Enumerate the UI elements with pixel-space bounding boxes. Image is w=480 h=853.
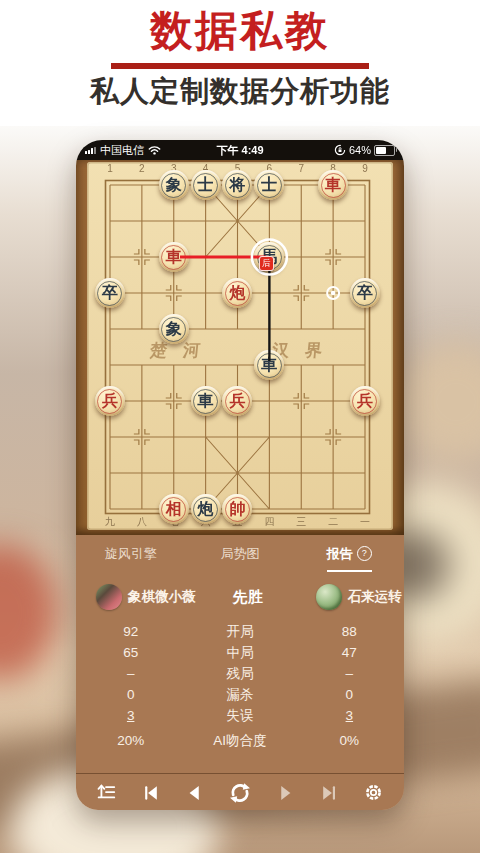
title-divider	[111, 63, 369, 69]
avatar-left[interactable]	[96, 584, 122, 610]
gear-icon	[363, 782, 384, 803]
piece-炮[interactable]: 炮	[222, 278, 252, 308]
status-bar: 中国电信 下午 4:49 64%	[76, 140, 404, 160]
piece-兵[interactable]: 兵	[222, 386, 252, 416]
blur-blob	[0, 544, 58, 680]
step-forward-icon	[275, 783, 295, 803]
player-row: 象棋微小薇 先胜 石来运转	[76, 579, 404, 615]
tab-situation-chart[interactable]: 局势图	[185, 545, 294, 572]
piece-炮[interactable]: 炮	[191, 494, 221, 524]
piece-兵[interactable]: 兵	[350, 386, 380, 416]
player-right-name: 石来运转	[348, 588, 402, 606]
promo-title: 数据私教	[0, 6, 480, 56]
piece-象[interactable]: 象	[159, 314, 189, 344]
player-left-name: 象棋微小薇	[128, 588, 196, 606]
stats-row-midgame: 65 中局 47	[76, 642, 404, 663]
piece-卒[interactable]: 卒	[95, 278, 125, 308]
piece-兵[interactable]: 兵	[95, 386, 125, 416]
stats-row-blunders: 3 失误 3	[76, 705, 404, 726]
blunders-left-link[interactable]: 3	[76, 708, 185, 723]
skip-end-icon	[319, 783, 339, 803]
player-right[interactable]: 石来运转	[300, 584, 404, 610]
settings-button[interactable]	[359, 778, 389, 808]
refresh-button[interactable]	[225, 778, 255, 808]
phone-mockup: 中国电信 下午 4:49 64%	[76, 140, 404, 810]
piece-卒[interactable]: 卒	[350, 278, 380, 308]
piece-将[interactable]: 将	[222, 170, 252, 200]
step-back-icon	[185, 783, 205, 803]
skip-start-icon	[141, 783, 161, 803]
piece-車[interactable]: 車	[159, 242, 189, 272]
playback-toolbar	[76, 773, 404, 810]
step-back-button[interactable]	[180, 778, 210, 808]
avatar-right[interactable]	[316, 584, 342, 610]
stats-row-ai-match: 20% AI吻合度 0%	[76, 730, 404, 751]
stats-row-missed-mates: 0 漏杀 0	[76, 684, 404, 705]
stats-table: 92 开局 88 65 中局 47 – 残局 – 0 漏杀 0	[76, 621, 404, 751]
tab-report[interactable]: 报告 ?	[295, 545, 404, 572]
stats-row-opening: 92 开局 88	[76, 621, 404, 642]
promo-header: 数据私教 私人定制数据分析功能	[0, 0, 480, 107]
tab-engine[interactable]: 旋风引擎	[76, 545, 185, 572]
step-forward-button[interactable]	[270, 778, 300, 808]
player-left[interactable]: 象棋微小薇	[76, 584, 196, 610]
blur-blob	[396, 342, 480, 462]
piece-車[interactable]: 車	[191, 386, 221, 416]
move-list-button[interactable]	[91, 778, 121, 808]
skip-to-end-button[interactable]	[314, 778, 344, 808]
match-result: 先胜	[196, 588, 300, 607]
piece-士[interactable]: 士	[191, 170, 221, 200]
xiangqi-board[interactable]: 123456789 九八七六五四三二一 楚河 汉界 象士将士車車馬卒炮卒象車兵車…	[76, 160, 404, 535]
battery-icon	[374, 145, 395, 156]
move-order-badge: 后	[259, 256, 274, 271]
blunders-right-link[interactable]: 3	[295, 708, 404, 723]
skip-to-start-button[interactable]	[136, 778, 166, 808]
pieces-grid: 象士将士車車馬卒炮卒象車兵車兵兵相炮帥	[94, 167, 381, 527]
piece-士[interactable]: 士	[254, 170, 284, 200]
analysis-panel: 旋风引擎 局势图 报告 ? 象棋微小薇 先胜	[76, 535, 404, 773]
page: 数据私教 私人定制数据分析功能 中国电信 下午 4:	[0, 0, 480, 853]
refresh-icon	[228, 781, 252, 805]
piece-相[interactable]: 相	[159, 494, 189, 524]
battery-percent: 64%	[349, 144, 371, 156]
piece-車[interactable]: 車	[318, 170, 348, 200]
help-icon[interactable]: ?	[357, 546, 372, 561]
piece-象[interactable]: 象	[159, 170, 189, 200]
piece-車[interactable]: 車	[254, 350, 284, 380]
tab-bar: 旋风引擎 局势图 报告 ?	[76, 535, 404, 577]
move-list-icon	[95, 782, 117, 804]
promo-subtitle: 私人定制数据分析功能	[0, 75, 480, 107]
stats-row-endgame: – 残局 –	[76, 663, 404, 684]
piece-帥[interactable]: 帥	[222, 494, 252, 524]
rotation-lock-icon	[334, 144, 346, 156]
